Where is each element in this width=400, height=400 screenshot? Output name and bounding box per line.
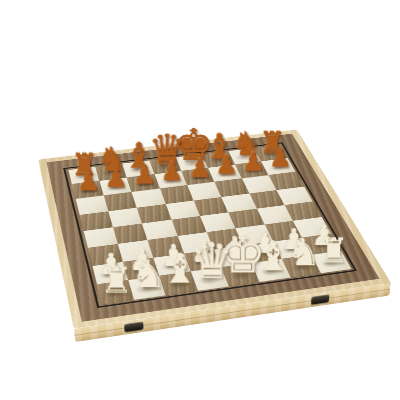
white-bishop-glyph: ♝ (162, 250, 198, 289)
white-rook-glyph: ♜ (101, 264, 133, 298)
black-pawn-glyph: ♟ (269, 146, 292, 170)
clasp-left[interactable] (124, 322, 143, 333)
black-pawn-glyph: ♟ (133, 163, 156, 188)
white-rook-a1[interactable]: ♜ (95, 275, 132, 299)
black-pawn-glyph: ♟ (188, 156, 211, 180)
white-knight-glyph: ♞ (131, 256, 166, 293)
square-d7[interactable]: ♟ (154, 171, 187, 189)
clasp-right[interactable] (311, 294, 329, 304)
square-a4[interactable] (83, 227, 118, 248)
black-pawn-glyph: ♟ (77, 169, 101, 194)
black-pawn-glyph: ♟ (215, 153, 238, 177)
chess-board: ♜♞♝♛♚♝♞♜♟♟♟♟♟♟♟♟♟♟♟♟♟♟♟♟♜♞♝♛♚♝♞♜ (38, 130, 391, 329)
white-knight-glyph: ♞ (287, 235, 321, 271)
black-pawn-e7[interactable]: ♟ (181, 166, 213, 182)
black-pawn-glyph: ♟ (105, 166, 128, 191)
white-rook-glyph: ♜ (318, 234, 349, 266)
black-pawn-a7[interactable]: ♟ (71, 179, 103, 195)
black-pawn-b7[interactable]: ♟ (99, 176, 131, 192)
black-pawn-c7[interactable]: ♟ (126, 173, 158, 189)
black-pawn-glyph: ♟ (161, 159, 184, 184)
black-pawn-glyph: ♟ (242, 150, 265, 174)
product-photo-scene: ♜♞♝♛♚♝♞♜♟♟♟♟♟♟♟♟♟♟♟♟♟♟♟♟♜♞♝♛♚♝♞♜ (0, 0, 400, 400)
black-pawn-g7[interactable]: ♟ (234, 160, 267, 175)
